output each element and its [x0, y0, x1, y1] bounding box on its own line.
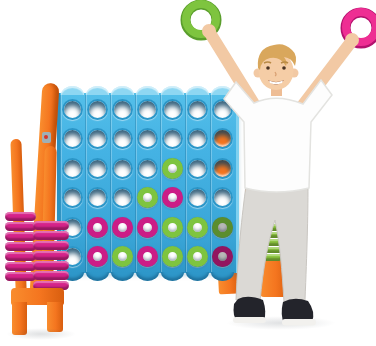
- floor-shadow-left: [6, 328, 76, 340]
- pants: [236, 185, 308, 302]
- board-cell: [85, 95, 110, 125]
- green-disc: [137, 187, 158, 208]
- scallop: [136, 86, 159, 95]
- magenta-storage-disc: [33, 251, 69, 260]
- board-cell: [60, 154, 85, 184]
- scallop: [86, 86, 109, 95]
- board-hole: [62, 187, 83, 208]
- head: [254, 44, 299, 90]
- magenta-storage-disc: [33, 261, 69, 270]
- green-disc: [112, 246, 133, 267]
- board-cell: [135, 243, 160, 273]
- board-hole: [112, 158, 133, 179]
- scallop: [111, 86, 134, 95]
- eye: [282, 66, 286, 70]
- magenta-storage-disc: [5, 242, 36, 251]
- magenta-disc: [87, 217, 108, 238]
- board-cell: [60, 125, 85, 155]
- board-hole: [137, 128, 158, 149]
- board-hole: [62, 99, 83, 120]
- board-cell: [60, 184, 85, 214]
- latch-dot: [44, 135, 48, 139]
- magenta-disc: [87, 246, 108, 267]
- magenta-storage-disc: [5, 232, 36, 241]
- board-cell: [85, 125, 110, 155]
- board-hole: [62, 128, 83, 149]
- board-hole: [137, 158, 158, 179]
- board-cell: [85, 243, 110, 273]
- board-hole: [62, 158, 83, 179]
- board-cell: [135, 184, 160, 214]
- board-cell: [135, 154, 160, 184]
- board-cell: [110, 125, 135, 155]
- board-hole: [112, 128, 133, 149]
- magenta-storage-disc: [33, 241, 69, 250]
- magenta-disc: [112, 217, 133, 238]
- magenta-storage-disc: [33, 221, 69, 230]
- scallop: [61, 86, 84, 95]
- product-photo-scene: [0, 0, 376, 346]
- right-hand: [202, 24, 216, 38]
- board-cell: [135, 95, 160, 125]
- board-cell: [85, 213, 110, 243]
- board-cell: [85, 154, 110, 184]
- left-hand: [345, 33, 359, 47]
- scallop: [111, 272, 134, 281]
- magenta-storage-disc: [33, 271, 69, 280]
- eye: [266, 66, 270, 70]
- board-hole: [87, 187, 108, 208]
- board-hole: [137, 99, 158, 120]
- magenta-storage-disc: [5, 212, 36, 221]
- board-cell: [110, 154, 135, 184]
- scallop: [86, 272, 109, 281]
- magenta-storage-disc: [5, 252, 36, 261]
- shoes: [233, 297, 316, 326]
- magenta-disc-storage-stack-inner: [33, 221, 69, 290]
- magenta-storage-disc: [5, 262, 36, 271]
- magenta-storage-disc: [5, 222, 36, 231]
- magenta-disc: [137, 246, 158, 267]
- board-hole: [112, 99, 133, 120]
- magenta-storage-disc: [5, 272, 36, 281]
- board-cell: [110, 213, 135, 243]
- t-shirt: [224, 80, 332, 192]
- board-cell: [60, 95, 85, 125]
- board-hole: [87, 128, 108, 149]
- board-hole: [112, 187, 133, 208]
- board-cell: [85, 184, 110, 214]
- board-cell: [135, 125, 160, 155]
- scallop: [136, 272, 159, 281]
- board-hole: [87, 99, 108, 120]
- stand-latch-clip: [42, 132, 51, 143]
- magenta-storage-disc: [33, 231, 69, 240]
- child-figure: [180, 0, 376, 346]
- board-cell: [110, 243, 135, 273]
- magenta-disc: [137, 217, 158, 238]
- board-cell: [110, 184, 135, 214]
- magenta-disc-storage-stack-outer: [5, 212, 36, 281]
- board-hole: [87, 158, 108, 179]
- board-cell: [135, 213, 160, 243]
- board-cell: [110, 95, 135, 125]
